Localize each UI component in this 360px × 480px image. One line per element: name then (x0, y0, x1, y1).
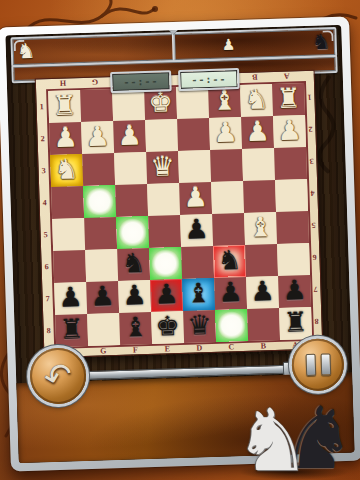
square-b6[interactable] (245, 244, 278, 277)
square-a5[interactable] (276, 211, 309, 244)
captured-white-pawn-icon: ♟ (222, 38, 236, 53)
square-g5[interactable] (84, 217, 117, 250)
black-rook-a8: ♜ (279, 307, 312, 340)
white-rook-h1: ♜ (48, 90, 81, 123)
square-b8[interactable] (247, 308, 280, 341)
square-g7[interactable]: ♟ (86, 281, 119, 314)
white-pawn-b2: ♟ (241, 116, 274, 149)
white-pawn-f2: ♟ (113, 120, 146, 153)
white-knight-h3: ♞ (50, 154, 83, 187)
square-b3[interactable] (242, 148, 275, 181)
black-clock-value: --:-- (191, 73, 226, 85)
black-pawn-a7: ♟ (278, 275, 311, 308)
black-king-e8: ♚ (151, 311, 184, 344)
captured-pieces-tray: ♟ (222, 38, 236, 53)
square-f4[interactable] (115, 184, 148, 217)
square-f3[interactable] (114, 152, 147, 185)
square-g6[interactable] (85, 249, 118, 282)
white-pawn-a2: ♟ (273, 115, 306, 148)
square-e2[interactable] (145, 119, 178, 152)
square-g3[interactable] (82, 153, 115, 186)
white-knight-figurine-icon: ♞ (234, 394, 311, 480)
square-e1[interactable]: ♚ (144, 87, 177, 120)
square-f2[interactable]: ♟ (113, 120, 146, 153)
square-d5[interactable]: ♟ (180, 214, 213, 247)
square-d7[interactable]: ♝ (182, 278, 215, 311)
square-b7[interactable]: ♟ (246, 276, 279, 309)
white-pawn-d4: ♟ (179, 182, 212, 215)
chess-board: HGFEDCBA HGFEDCBA 12345678 12345678 ♜♚♝♞… (35, 70, 324, 359)
square-h5[interactable] (52, 218, 85, 251)
square-h7[interactable]: ♟ (54, 282, 87, 315)
square-c8[interactable] (215, 309, 248, 342)
square-d2[interactable] (177, 118, 210, 151)
black-clock: --:-- (178, 68, 240, 91)
undo-icon: ↶ (40, 356, 76, 396)
square-d6[interactable] (181, 246, 214, 279)
square-a3[interactable] (274, 147, 307, 180)
black-rook-h8: ♜ (55, 314, 88, 347)
white-knight-b1: ♞ (240, 84, 273, 117)
square-h3[interactable]: ♞ (50, 154, 83, 187)
square-a6[interactable] (277, 243, 310, 276)
app-screen: ♞ ♞ ♟ --:-- --:-- HGFEDCBA (0, 0, 360, 480)
square-a4[interactable] (275, 179, 308, 212)
square-e4[interactable] (147, 183, 180, 216)
square-g4[interactable] (83, 185, 116, 218)
clocks: --:-- --:-- (110, 68, 240, 93)
black-bishop-f8: ♝ (119, 312, 152, 345)
square-f5[interactable] (116, 216, 149, 249)
square-f1[interactable] (112, 88, 145, 121)
white-queen-e3: ♛ (146, 151, 179, 184)
black-knight-f6: ♞ (117, 248, 150, 281)
square-b1[interactable]: ♞ (240, 84, 273, 117)
square-g1[interactable] (80, 89, 113, 122)
black-pawn-c7: ♟ (214, 277, 247, 310)
square-c4[interactable] (211, 181, 244, 214)
square-h2[interactable]: ♟ (49, 122, 82, 155)
square-f8[interactable]: ♝ (119, 312, 152, 345)
header-divider (172, 33, 176, 61)
white-pawn-c2: ♟ (209, 117, 242, 150)
square-b2[interactable]: ♟ (241, 116, 274, 149)
black-player-knight-icon: ♞ (312, 32, 331, 54)
square-h1[interactable]: ♜ (48, 90, 81, 123)
square-d8[interactable]: ♛ (183, 310, 216, 343)
square-h6[interactable] (53, 250, 86, 283)
board-squares: ♜♚♝♞♜♟♟♟♟♟♟♞♛♟♟♝♞♞♟♟♟♟♝♟♟♟♜♝♚♛♜ (46, 81, 314, 349)
white-bishop-c1: ♝ (208, 85, 241, 118)
square-c7[interactable]: ♟ (214, 277, 247, 310)
white-bishop-b5: ♝ (244, 212, 277, 245)
square-d4[interactable]: ♟ (179, 182, 212, 215)
pause-icon (305, 353, 331, 376)
white-king-e1: ♚ (144, 87, 177, 120)
square-b5[interactable]: ♝ (244, 212, 277, 245)
black-pawn-d5: ♟ (180, 214, 213, 247)
black-knight-c6: ♞ (213, 245, 246, 278)
square-c5[interactable] (212, 213, 245, 246)
black-pawn-h7: ♟ (54, 282, 87, 315)
white-player-knight-icon: ♞ (17, 41, 36, 63)
square-e8[interactable]: ♚ (151, 311, 184, 344)
black-pawn-g7: ♟ (86, 281, 119, 314)
white-clock-value: --:-- (123, 76, 158, 88)
square-c6[interactable]: ♞ (213, 245, 246, 278)
square-c2[interactable]: ♟ (209, 117, 242, 150)
white-pawn-g2: ♟ (81, 121, 114, 154)
square-f6[interactable]: ♞ (117, 248, 150, 281)
square-a8[interactable]: ♜ (279, 307, 312, 340)
square-b4[interactable] (243, 180, 276, 213)
square-e7[interactable]: ♟ (150, 279, 183, 312)
square-c1[interactable]: ♝ (208, 85, 241, 118)
white-rook-a1: ♜ (272, 83, 305, 116)
square-h4[interactable] (51, 186, 84, 219)
square-f7[interactable]: ♟ (118, 280, 151, 313)
black-pawn-f7: ♟ (118, 280, 151, 313)
square-h8[interactable]: ♜ (55, 314, 88, 347)
square-e6[interactable] (149, 247, 182, 280)
white-pawn-h2: ♟ (49, 122, 82, 155)
square-a2[interactable]: ♟ (273, 115, 306, 148)
square-d1[interactable] (176, 86, 209, 119)
square-g8[interactable] (87, 313, 120, 346)
square-a7[interactable]: ♟ (278, 275, 311, 308)
square-a1[interactable]: ♜ (272, 83, 305, 116)
square-e3[interactable]: ♛ (146, 151, 179, 184)
white-clock: --:-- (110, 70, 172, 93)
square-c3[interactable] (210, 149, 243, 182)
square-d3[interactable] (178, 150, 211, 183)
black-bishop-d7: ♝ (182, 278, 215, 311)
black-pawn-e7: ♟ (150, 279, 183, 312)
black-pawn-b7: ♟ (246, 276, 279, 309)
square-e5[interactable] (148, 215, 181, 248)
black-queen-d8: ♛ (183, 310, 216, 343)
square-g2[interactable]: ♟ (81, 121, 114, 154)
knights-decoration: ♞ ♞ (234, 382, 356, 480)
